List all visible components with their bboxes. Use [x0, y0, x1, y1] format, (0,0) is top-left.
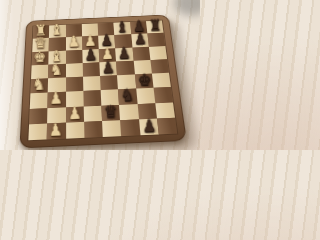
board-perspective: ♜♝♝♟♜♛♟♟♟♟♚♝♟♟♟♞♟♞♚♟♞♟♛♟♟	[19, 15, 187, 149]
square-a5[interactable]	[98, 23, 115, 36]
square-b7[interactable]: ♟	[131, 34, 149, 48]
square-a3[interactable]	[66, 24, 82, 37]
square-f8[interactable]	[153, 87, 173, 103]
square-e3[interactable]	[66, 77, 84, 92]
square-e1[interactable]: ♞	[30, 78, 48, 93]
square-c2[interactable]: ♝	[49, 50, 66, 64]
square-e5[interactable]	[100, 75, 118, 90]
chess-board: ♜♝♝♟♜♛♟♟♟♟♚♝♟♟♟♞♟♞♚♟♞♟♛♟♟	[28, 20, 177, 140]
square-b8[interactable]	[147, 33, 165, 47]
square-e6[interactable]	[117, 74, 136, 89]
square-d6[interactable]	[116, 61, 134, 76]
square-d5[interactable]: ♟	[99, 61, 117, 76]
square-c8[interactable]	[149, 46, 167, 60]
square-d1[interactable]	[31, 64, 49, 79]
square-h6[interactable]	[120, 119, 140, 136]
square-e2[interactable]	[48, 78, 66, 93]
square-g7[interactable]	[137, 103, 157, 119]
square-g1[interactable]	[29, 108, 48, 124]
square-d7[interactable]	[133, 60, 151, 75]
square-b5[interactable]: ♟	[98, 35, 115, 49]
square-c1[interactable]: ♚	[32, 51, 49, 65]
square-a7[interactable]: ♟	[130, 21, 147, 34]
chess-board-frame: ♜♝♝♟♜♛♟♟♟♟♚♝♟♟♟♞♟♞♚♟♞♟♛♟♟	[19, 15, 187, 149]
square-f5[interactable]	[101, 90, 120, 106]
square-c6[interactable]: ♟	[115, 47, 133, 61]
square-b4[interactable]: ♟	[82, 36, 99, 50]
square-h4[interactable]	[84, 121, 103, 138]
black-bishop-icon: ♝	[114, 17, 131, 36]
square-a1[interactable]: ♜	[33, 26, 50, 39]
square-b2[interactable]	[49, 37, 66, 51]
square-d2[interactable]: ♞	[48, 64, 65, 79]
square-g3[interactable]: ♟	[66, 106, 84, 122]
square-f3[interactable]	[66, 91, 84, 107]
square-h2[interactable]: ♟	[47, 122, 66, 139]
square-b3[interactable]: ♟	[66, 37, 83, 51]
square-c4[interactable]: ♟	[82, 49, 99, 63]
square-d8[interactable]	[150, 59, 169, 74]
square-e4[interactable]	[83, 76, 101, 91]
square-c3[interactable]	[66, 50, 83, 64]
square-h5[interactable]	[102, 120, 121, 137]
square-f4[interactable]	[83, 90, 101, 106]
table-highlight-left	[0, 0, 14, 150]
square-a2[interactable]: ♝	[49, 25, 65, 38]
square-a6[interactable]: ♝	[114, 22, 131, 35]
square-f1[interactable]	[30, 93, 48, 109]
square-c7[interactable]	[132, 47, 150, 61]
white-rook-icon: ♜	[32, 20, 49, 39]
square-g4[interactable]	[83, 105, 102, 121]
square-h3[interactable]	[66, 122, 85, 139]
black-rook-icon: ♜	[146, 15, 163, 34]
square-c5[interactable]: ♟	[99, 48, 117, 62]
square-d3[interactable]	[66, 63, 83, 78]
square-h7[interactable]: ♟	[139, 118, 159, 135]
square-f6[interactable]: ♞	[118, 89, 137, 105]
square-f2[interactable]: ♟	[48, 92, 66, 108]
square-g5[interactable]: ♛	[101, 104, 120, 120]
square-h1[interactable]	[28, 123, 47, 140]
square-f7[interactable]	[136, 88, 155, 104]
square-b6[interactable]	[115, 34, 132, 48]
black-pawn-icon: ♟	[130, 16, 147, 35]
square-a8[interactable]: ♜	[146, 20, 164, 33]
board-wrapper: ♜♝♝♟♜♛♟♟♟♟♚♝♟♟♟♞♟♞♚♟♞♟♛♟♟	[20, 0, 181, 150]
white-bishop-icon: ♝	[48, 20, 65, 39]
square-g2[interactable]	[47, 107, 65, 123]
square-g8[interactable]	[155, 102, 175, 118]
square-e7[interactable]: ♚	[134, 74, 153, 89]
square-b1[interactable]: ♛	[32, 38, 49, 52]
square-e8[interactable]	[152, 73, 171, 88]
square-h8[interactable]	[157, 117, 177, 134]
square-d4[interactable]	[82, 62, 100, 77]
square-a4[interactable]	[82, 23, 99, 36]
table-shadow-top-right	[174, 0, 200, 16]
square-g6[interactable]	[119, 104, 138, 120]
